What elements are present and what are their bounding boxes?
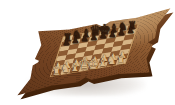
product-photo-chess-set[interactable]: ♜♞♝♛♚♝♞♜♟♟♟♟♟♟♟♟♟♟♟♟♟♟♟♟♜♞♝♛♚♝♞♜ — [0, 0, 175, 105]
